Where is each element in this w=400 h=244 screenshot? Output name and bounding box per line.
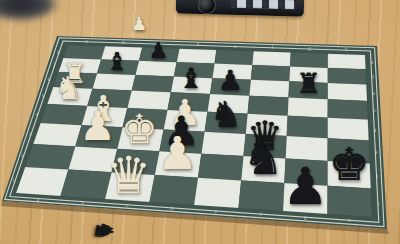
coord-file-top: h [345, 47, 348, 52]
coord-file-bottom: b [81, 200, 84, 205]
coord-rank-right: 7 [372, 75, 375, 80]
piece-white-pawn[interactable]: ♟ [157, 131, 198, 176]
square-a1[interactable] [16, 167, 68, 196]
coord-rank-right: 6 [372, 91, 375, 96]
square-e1[interactable] [194, 178, 241, 208]
coord-rank-right: 5 [373, 108, 376, 113]
square-f6[interactable] [249, 80, 289, 98]
square-e2[interactable] [198, 154, 244, 181]
piece-black-bishop[interactable]: ♝ [106, 50, 128, 75]
coord-file-bottom: d [170, 206, 173, 211]
square-c7[interactable] [136, 61, 177, 77]
piece-white-pawn[interactable]: ♟ [80, 107, 116, 147]
captured-black-piece[interactable]: ♞ [90, 218, 117, 243]
coord-rank-left: 2 [21, 153, 24, 158]
coord-rank-left: 3 [28, 132, 31, 137]
coord-rank-left: 5 [42, 94, 45, 99]
coord-rank-right: 1 [377, 201, 380, 206]
square-f8[interactable] [252, 51, 290, 66]
square-f7[interactable] [251, 65, 290, 81]
coord-rank-left: 6 [47, 77, 50, 82]
coord-rank-right: 3 [375, 150, 378, 155]
square-a2[interactable] [25, 144, 75, 170]
coord-file-top: d [197, 42, 200, 47]
square-h7[interactable] [328, 68, 367, 85]
coord-rank-right: 8 [371, 60, 374, 65]
square-e3[interactable] [201, 132, 245, 156]
square-c6[interactable] [132, 75, 174, 92]
coord-rank-left: 1 [12, 178, 15, 183]
coord-rank-left: 7 [53, 63, 56, 68]
coord-file-bottom: a [37, 197, 40, 202]
coord-file-top: g [308, 46, 311, 51]
coord-rank-left: 4 [35, 112, 38, 117]
square-g8[interactable] [290, 53, 328, 68]
piece-black-pawn[interactable]: ♟ [149, 40, 168, 62]
square-b1[interactable] [61, 170, 112, 199]
piece-white-knight[interactable]: ♞ [54, 73, 82, 105]
piece-black-rook[interactable]: ♜ [296, 70, 321, 98]
piece-black-pawn[interactable]: ♟ [218, 67, 243, 95]
coord-file-top: b [122, 40, 125, 45]
piece-white-queen[interactable]: ♛ [106, 150, 152, 201]
piece-black-king[interactable]: ♚ [329, 142, 370, 187]
piece-white-king[interactable]: ♚ [121, 110, 157, 150]
square-h6[interactable] [328, 83, 367, 101]
square-e8[interactable] [215, 50, 254, 65]
coord-file-bottom: h [348, 218, 351, 223]
square-g4[interactable] [287, 116, 328, 139]
square-a3[interactable] [33, 123, 81, 146]
coord-file-top: a [85, 39, 88, 44]
square-h8[interactable] [328, 54, 366, 70]
piece-black-knight[interactable]: ♞ [243, 136, 284, 181]
photo-scene: aabbccddeeffgghh8877665544332211 ♟♞♟♝♜♝♟… [0, 0, 400, 244]
coord-file-top: e [234, 44, 237, 49]
square-h5[interactable] [328, 99, 368, 119]
piece-black-bishop[interactable]: ♝ [179, 65, 204, 93]
square-g5[interactable] [288, 98, 328, 118]
coord-rank-left: 8 [57, 50, 60, 55]
piece-black-knight[interactable]: ♞ [210, 97, 242, 133]
coord-file-bottom: e [215, 209, 218, 214]
coord-rank-right: 2 [376, 174, 379, 179]
piece-black-pawn[interactable]: ♟ [283, 161, 329, 212]
coord-rank-right: 4 [374, 128, 377, 133]
